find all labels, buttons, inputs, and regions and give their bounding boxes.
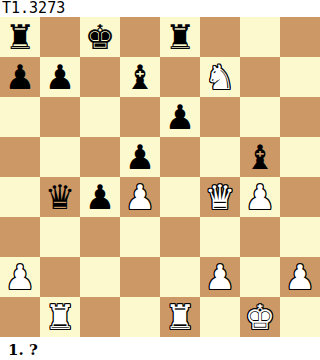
square-e3[interactable] xyxy=(160,217,200,257)
black-bishop[interactable]: ♝ xyxy=(245,137,275,177)
black-pawn[interactable]: ♟ xyxy=(165,97,195,137)
square-g2[interactable] xyxy=(240,257,280,297)
square-a5[interactable] xyxy=(0,137,40,177)
square-d1[interactable] xyxy=(120,297,160,337)
square-e5[interactable] xyxy=(160,137,200,177)
square-c3[interactable] xyxy=(80,217,120,257)
square-g5[interactable]: ♝ xyxy=(240,137,280,177)
square-b2[interactable] xyxy=(40,257,80,297)
square-a8[interactable]: ♜ xyxy=(0,17,40,57)
square-b7[interactable]: ♟ xyxy=(40,57,80,97)
chess-board: ♜♚♜♟♟♝♞♟♟♝♛♟♟♛♟♟♟♟♜♜♚ xyxy=(0,17,320,337)
square-f3[interactable] xyxy=(200,217,240,257)
square-b1[interactable]: ♜ xyxy=(40,297,80,337)
square-d2[interactable] xyxy=(120,257,160,297)
square-g6[interactable] xyxy=(240,97,280,137)
white-pawn[interactable]: ♟ xyxy=(285,257,315,297)
square-f1[interactable] xyxy=(200,297,240,337)
square-a3[interactable] xyxy=(0,217,40,257)
square-e6[interactable]: ♟ xyxy=(160,97,200,137)
white-knight[interactable]: ♞ xyxy=(205,57,235,97)
square-b8[interactable] xyxy=(40,17,80,57)
white-king[interactable]: ♚ xyxy=(245,297,275,337)
black-pawn[interactable]: ♟ xyxy=(125,137,155,177)
black-pawn[interactable]: ♟ xyxy=(45,57,75,97)
square-d3[interactable] xyxy=(120,217,160,257)
square-f4[interactable]: ♛ xyxy=(200,177,240,217)
square-c5[interactable] xyxy=(80,137,120,177)
square-h5[interactable] xyxy=(280,137,320,177)
square-d4[interactable]: ♟ xyxy=(120,177,160,217)
square-f2[interactable]: ♟ xyxy=(200,257,240,297)
square-h1[interactable] xyxy=(280,297,320,337)
square-a4[interactable] xyxy=(0,177,40,217)
square-f5[interactable] xyxy=(200,137,240,177)
square-h4[interactable] xyxy=(280,177,320,217)
white-rook[interactable]: ♜ xyxy=(165,297,195,337)
square-d8[interactable] xyxy=(120,17,160,57)
white-queen[interactable]: ♛ xyxy=(205,177,235,217)
square-g1[interactable]: ♚ xyxy=(240,297,280,337)
square-d5[interactable]: ♟ xyxy=(120,137,160,177)
square-f8[interactable] xyxy=(200,17,240,57)
square-a2[interactable]: ♟ xyxy=(0,257,40,297)
square-f6[interactable] xyxy=(200,97,240,137)
black-queen[interactable]: ♛ xyxy=(45,177,75,217)
square-b4[interactable]: ♛ xyxy=(40,177,80,217)
square-e7[interactable] xyxy=(160,57,200,97)
puzzle-id-title: T1.3273 xyxy=(0,0,320,17)
black-pawn[interactable]: ♟ xyxy=(85,177,115,217)
square-c1[interactable] xyxy=(80,297,120,337)
square-g4[interactable]: ♟ xyxy=(240,177,280,217)
square-b6[interactable] xyxy=(40,97,80,137)
square-a7[interactable]: ♟ xyxy=(0,57,40,97)
square-b3[interactable] xyxy=(40,217,80,257)
square-a6[interactable] xyxy=(0,97,40,137)
square-g8[interactable] xyxy=(240,17,280,57)
white-pawn[interactable]: ♟ xyxy=(245,177,275,217)
square-b5[interactable] xyxy=(40,137,80,177)
square-h7[interactable] xyxy=(280,57,320,97)
square-c2[interactable] xyxy=(80,257,120,297)
white-pawn[interactable]: ♟ xyxy=(205,257,235,297)
black-rook[interactable]: ♜ xyxy=(5,17,35,57)
white-rook[interactable]: ♜ xyxy=(45,297,75,337)
black-bishop[interactable]: ♝ xyxy=(125,57,155,97)
move-prompt: 1. ? xyxy=(0,337,320,359)
square-c6[interactable] xyxy=(80,97,120,137)
square-h8[interactable] xyxy=(280,17,320,57)
square-h6[interactable] xyxy=(280,97,320,137)
square-h3[interactable] xyxy=(280,217,320,257)
square-g3[interactable] xyxy=(240,217,280,257)
square-g7[interactable] xyxy=(240,57,280,97)
chess-puzzle-window: T1.3273 ♜♚♜♟♟♝♞♟♟♝♛♟♟♛♟♟♟♟♜♜♚ 1. ? xyxy=(0,0,320,360)
white-pawn[interactable]: ♟ xyxy=(5,257,35,297)
white-pawn[interactable]: ♟ xyxy=(125,177,155,217)
square-e4[interactable] xyxy=(160,177,200,217)
square-c8[interactable]: ♚ xyxy=(80,17,120,57)
black-king[interactable]: ♚ xyxy=(85,17,115,57)
square-h2[interactable]: ♟ xyxy=(280,257,320,297)
square-e8[interactable]: ♜ xyxy=(160,17,200,57)
square-e2[interactable] xyxy=(160,257,200,297)
square-d6[interactable] xyxy=(120,97,160,137)
square-e1[interactable]: ♜ xyxy=(160,297,200,337)
black-rook[interactable]: ♜ xyxy=(165,17,195,57)
square-a1[interactable] xyxy=(0,297,40,337)
square-f7[interactable]: ♞ xyxy=(200,57,240,97)
square-d7[interactable]: ♝ xyxy=(120,57,160,97)
black-pawn[interactable]: ♟ xyxy=(5,57,35,97)
square-c4[interactable]: ♟ xyxy=(80,177,120,217)
square-c7[interactable] xyxy=(80,57,120,97)
